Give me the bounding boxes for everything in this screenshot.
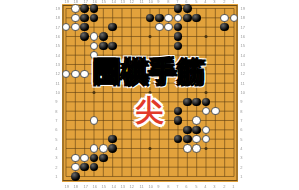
white-stone[interactable] xyxy=(71,163,80,172)
coord-left: 14 xyxy=(56,53,60,57)
black-stone[interactable] xyxy=(99,154,108,163)
black-stone[interactable] xyxy=(108,42,117,51)
white-stone[interactable] xyxy=(90,32,99,41)
coord-bottom: 4 xyxy=(204,184,206,188)
white-stone[interactable] xyxy=(71,4,80,13)
black-stone[interactable] xyxy=(155,14,164,23)
black-stone[interactable] xyxy=(174,4,183,13)
coord-bottom: 6 xyxy=(186,184,188,188)
black-stone[interactable] xyxy=(90,4,99,13)
coord-bottom: 16 xyxy=(93,184,97,188)
black-stone[interactable] xyxy=(174,32,183,41)
coord-right: 2 xyxy=(240,165,242,169)
coord-bottom: 9 xyxy=(158,184,160,188)
coord-top: 1 xyxy=(232,0,234,4)
white-stone[interactable] xyxy=(71,154,80,163)
coord-top: 4 xyxy=(204,0,206,4)
coord-bottom: 10 xyxy=(149,184,153,188)
coord-bottom: 12 xyxy=(130,184,134,188)
coord-left: 2 xyxy=(55,165,57,169)
white-stone[interactable] xyxy=(71,23,80,32)
coord-bottom: 14 xyxy=(111,184,115,188)
coord-bottom: 11 xyxy=(139,184,143,188)
coord-top: 6 xyxy=(186,0,188,4)
black-stone[interactable] xyxy=(99,32,108,41)
black-stone[interactable] xyxy=(183,126,192,135)
coord-top: 5 xyxy=(195,0,197,4)
coord-left: 3 xyxy=(55,156,57,160)
black-stone[interactable] xyxy=(192,98,201,107)
coord-top: 14 xyxy=(111,0,115,4)
black-stone[interactable] xyxy=(108,144,117,153)
coord-left: 4 xyxy=(55,146,57,150)
white-stone[interactable] xyxy=(99,144,108,153)
white-stone[interactable] xyxy=(192,116,201,125)
coord-left: 5 xyxy=(55,137,57,141)
coord-right: 13 xyxy=(241,62,245,66)
coord-top: 12 xyxy=(130,0,134,4)
white-stone[interactable] xyxy=(90,116,99,125)
coord-top: 2 xyxy=(223,0,225,4)
coord-top: 9 xyxy=(158,0,160,4)
black-stone[interactable] xyxy=(183,135,192,144)
coord-left: 13 xyxy=(56,62,60,66)
white-stone[interactable] xyxy=(80,70,89,79)
white-stone[interactable] xyxy=(71,14,80,23)
white-stone[interactable] xyxy=(164,14,173,23)
black-stone[interactable] xyxy=(192,126,201,135)
coord-top: 15 xyxy=(102,0,106,4)
coord-left: 10 xyxy=(56,90,60,94)
black-stone[interactable] xyxy=(99,42,108,51)
black-stone[interactable] xyxy=(192,14,201,23)
coord-top: 10 xyxy=(149,0,153,4)
coord-right: 9 xyxy=(240,100,242,104)
coord-left: 9 xyxy=(55,100,57,104)
white-stone[interactable] xyxy=(183,144,192,153)
black-stone[interactable] xyxy=(71,172,80,181)
coord-right: 8 xyxy=(240,109,242,113)
coord-left: 18 xyxy=(56,16,60,20)
coord-top: 16 xyxy=(93,0,97,4)
coord-left: 12 xyxy=(56,72,60,76)
coord-bottom: 18 xyxy=(74,184,78,188)
black-stone[interactable] xyxy=(183,98,192,107)
coord-left: 6 xyxy=(55,128,57,132)
black-stone[interactable] xyxy=(183,4,192,13)
coord-top: 13 xyxy=(121,0,125,4)
coord-left: 17 xyxy=(56,25,60,29)
coord-right: 3 xyxy=(240,156,242,160)
coord-bottom: 2 xyxy=(223,184,225,188)
coord-right: 1 xyxy=(240,174,242,178)
coord-right: 14 xyxy=(241,53,245,57)
white-stone[interactable] xyxy=(155,23,164,32)
coord-right: 17 xyxy=(241,25,245,29)
coord-bottom: 7 xyxy=(176,184,178,188)
coord-right: 11 xyxy=(241,81,245,85)
coord-top: 3 xyxy=(214,0,216,4)
coord-bottom: 5 xyxy=(195,184,197,188)
coord-bottom: 1 xyxy=(232,184,234,188)
coord-top: 18 xyxy=(74,0,78,4)
coord-top: 19 xyxy=(65,0,69,4)
coord-right: 10 xyxy=(241,90,245,94)
white-stone[interactable] xyxy=(71,70,80,79)
coord-top: 8 xyxy=(167,0,169,4)
white-stone[interactable] xyxy=(192,144,201,153)
coord-right: 6 xyxy=(240,128,242,132)
coord-right: 7 xyxy=(240,118,242,122)
coord-right: 4 xyxy=(240,146,242,150)
coord-bottom: 17 xyxy=(83,184,87,188)
coord-top: 17 xyxy=(83,0,87,4)
coord-bottom: 15 xyxy=(102,184,106,188)
black-stone[interactable] xyxy=(174,116,183,125)
go-app-screen: 1918171615141312111098765432119181716151… xyxy=(0,0,299,190)
black-stone[interactable] xyxy=(183,14,192,23)
coord-bottom: 3 xyxy=(214,184,216,188)
coord-right: 16 xyxy=(241,34,245,38)
coord-right: 5 xyxy=(240,137,242,141)
coord-left: 19 xyxy=(56,7,60,11)
coord-left: 11 xyxy=(56,81,60,85)
coord-right: 15 xyxy=(241,44,245,48)
banner-title: 围棋手筋 xyxy=(94,59,206,86)
black-stone[interactable] xyxy=(80,32,89,41)
white-stone[interactable] xyxy=(90,144,99,153)
coord-bottom: 13 xyxy=(121,184,125,188)
coord-left: 15 xyxy=(56,44,60,48)
black-stone[interactable] xyxy=(80,14,89,23)
coord-left: 16 xyxy=(56,34,60,38)
white-stone[interactable] xyxy=(211,107,220,116)
white-stone[interactable] xyxy=(220,14,229,23)
coord-left: 7 xyxy=(55,118,57,122)
go-board[interactable] xyxy=(62,4,238,182)
black-stone[interactable] xyxy=(80,4,89,13)
coord-right: 12 xyxy=(241,72,245,76)
coord-left: 8 xyxy=(55,109,57,113)
coord-bottom: 19 xyxy=(65,184,69,188)
white-stone[interactable] xyxy=(80,154,89,163)
coord-top: 7 xyxy=(176,0,178,4)
coord-left: 1 xyxy=(55,174,57,178)
coord-bottom: 8 xyxy=(167,184,169,188)
tesuji-move-label: 尖 xyxy=(135,96,164,125)
coord-right: 19 xyxy=(241,7,245,11)
coord-top: 11 xyxy=(139,0,143,4)
coord-right: 18 xyxy=(241,16,245,20)
